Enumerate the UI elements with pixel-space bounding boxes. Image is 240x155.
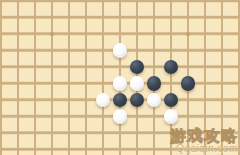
black-stone [130,93,145,108]
white-stone [96,93,111,108]
black-stone [147,76,162,91]
black-stone [130,60,145,75]
white-stone [147,93,162,108]
black-stone [113,93,128,108]
white-stone [113,76,128,91]
star-point [50,32,55,37]
white-stone [164,109,179,124]
white-stone [113,43,128,58]
white-stone [130,76,145,91]
black-stone [181,76,196,91]
star-point [186,32,191,37]
gomoku-game-screen: 游戏攻略 Qqaiqin.com [0,0,240,155]
white-stone [113,109,128,124]
gomoku-board[interactable] [0,0,240,155]
black-stone [164,60,179,75]
black-stone [164,93,179,108]
